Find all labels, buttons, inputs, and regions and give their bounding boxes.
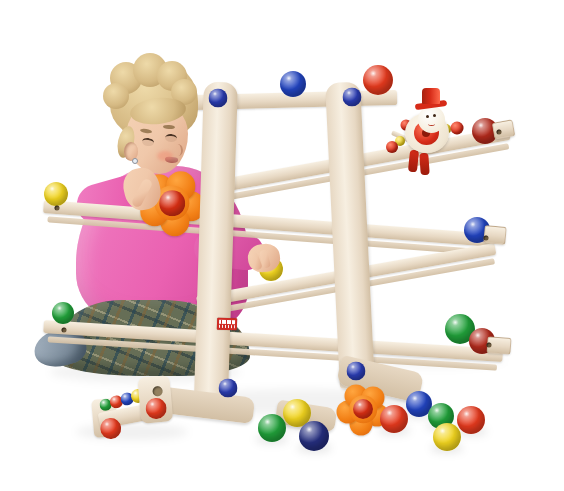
- blue-peg: [347, 362, 366, 381]
- navy-floor-ball: [299, 421, 329, 451]
- wooden-bead-car: [83, 372, 192, 445]
- screw-dot: [484, 236, 489, 241]
- blue-peg: [209, 89, 228, 108]
- yellow-track-ball: [44, 182, 68, 206]
- red-floor-ball: [457, 406, 485, 434]
- clown-bead: [386, 141, 398, 153]
- blue-peg: [343, 88, 362, 107]
- red-track-ball: [363, 65, 393, 95]
- red-floor-ball: [380, 405, 408, 433]
- clown-bead: [451, 122, 464, 135]
- clown-hat-crown: [422, 88, 440, 104]
- screw-dot: [55, 206, 60, 211]
- child-cheek-blush: [157, 151, 173, 161]
- brand-label-marks: [219, 320, 235, 325]
- screw-dot: [62, 328, 67, 333]
- brand-label-text-band: [219, 325, 235, 329]
- clown-eye: [433, 114, 436, 117]
- clown-head: [418, 106, 445, 133]
- screw-dot: [487, 343, 492, 348]
- green-floor-ball: [258, 414, 286, 442]
- photo-stage: [0, 0, 564, 491]
- green-track-ball: [52, 302, 74, 324]
- screw-dot: [497, 130, 502, 135]
- blue-peg: [219, 379, 238, 398]
- clown-mouth: [428, 121, 435, 126]
- hair-curl: [103, 83, 129, 109]
- clown-figure: [385, 94, 467, 182]
- clown-eye: [426, 115, 429, 118]
- child-left-hand: [244, 240, 290, 280]
- child-right-hand: [118, 162, 188, 222]
- flower-center-ball: [353, 399, 373, 419]
- yellow-floor-ball: [433, 423, 461, 451]
- clown-leg: [408, 150, 419, 173]
- rail-end-cap: [492, 119, 516, 139]
- brand-label: [217, 318, 237, 331]
- clown-leg: [419, 153, 430, 176]
